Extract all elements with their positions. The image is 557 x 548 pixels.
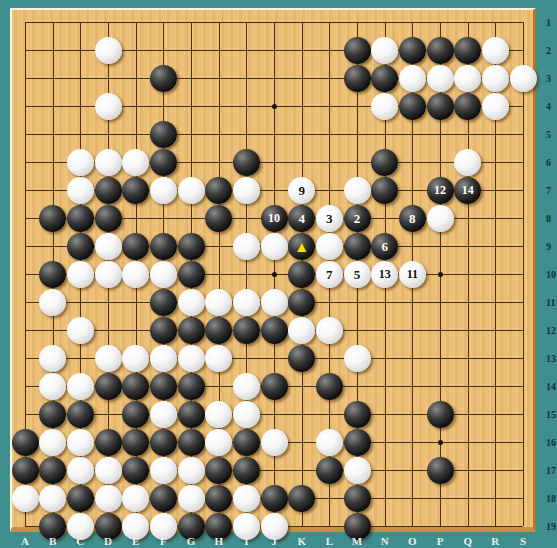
black-stone-M18[interactable] [344,485,371,512]
column-label-I: I [244,535,248,547]
white-stone-N4[interactable] [371,93,398,120]
column-label-H: H [214,535,223,547]
black-stone-M2[interactable] [344,37,371,64]
row-label-14: 14 [546,381,556,392]
white-stone-I7[interactable] [233,177,260,204]
column-label-Q: Q [463,535,472,547]
black-stone-J18[interactable] [261,485,288,512]
black-stone-P2[interactable] [427,37,454,64]
black-stone-F3[interactable] [150,65,177,92]
white-stone-G13[interactable] [178,345,205,372]
white-stone-P8[interactable] [427,205,454,232]
row-label-10: 10 [546,269,556,280]
white-stone-J9[interactable] [261,233,288,260]
white-stone-C6[interactable] [67,149,94,176]
white-stone-C12[interactable] [67,317,94,344]
black-stone-Q4[interactable] [454,93,481,120]
column-label-E: E [132,535,139,547]
row-label-9: 9 [546,241,551,252]
move-number-label: 13 [379,268,391,280]
black-stone-C18[interactable] [67,485,94,512]
black-stone-L14[interactable] [316,373,343,400]
white-stone-M10[interactable]: 5 [344,261,371,288]
white-stone-L16[interactable] [316,429,343,456]
row-label-12: 12 [546,325,556,336]
black-stone-B17[interactable] [39,457,66,484]
move-number-label: 2 [354,212,361,225]
black-stone-F11[interactable] [150,289,177,316]
white-stone-H11[interactable] [205,289,232,316]
black-stone-J12[interactable] [261,317,288,344]
move-number-label: 8 [409,212,416,225]
black-stone-A16[interactable] [12,429,39,456]
row-label-15: 15 [546,409,556,420]
white-stone-E6[interactable] [122,149,149,176]
move-number-label: 5 [354,268,361,281]
star-point [438,440,443,445]
white-stone-L9[interactable] [316,233,343,260]
white-stone-B16[interactable] [39,429,66,456]
white-stone-D2[interactable] [95,37,122,64]
black-stone-I12[interactable] [233,317,260,344]
black-stone-D8[interactable] [95,205,122,232]
move-number-label: 12 [434,184,446,196]
black-stone-H17[interactable] [205,457,232,484]
black-stone-K11[interactable] [288,289,315,316]
column-label-A: A [21,535,29,547]
white-stone-M17[interactable] [344,457,371,484]
black-stone-M9[interactable] [344,233,371,260]
row-label-7: 7 [546,185,551,196]
row-label-18: 18 [546,493,556,504]
white-stone-I15[interactable] [233,401,260,428]
black-stone-F6[interactable] [150,149,177,176]
black-stone-F12[interactable] [150,317,177,344]
column-label-O: O [408,535,417,547]
column-label-G: G [187,535,196,547]
white-stone-N2[interactable] [371,37,398,64]
go-board[interactable]: 91214104328▲6751311 [10,8,536,532]
white-stone-G17[interactable] [178,457,205,484]
white-stone-F7[interactable] [150,177,177,204]
white-stone-F15[interactable] [150,401,177,428]
white-stone-H13[interactable] [205,345,232,372]
white-stone-R2[interactable] [482,37,509,64]
black-stone-E15[interactable] [122,401,149,428]
black-stone-E7[interactable] [122,177,149,204]
white-stone-C17[interactable] [67,457,94,484]
move-number-label: 9 [298,184,305,197]
black-stone-P15[interactable] [427,401,454,428]
white-stone-G7[interactable] [178,177,205,204]
row-label-6: 6 [546,157,551,168]
column-label-B: B [49,535,56,547]
white-stone-B13[interactable] [39,345,66,372]
white-stone-F13[interactable] [150,345,177,372]
white-stone-P3[interactable] [427,65,454,92]
row-label-3: 3 [546,73,551,84]
black-stone-O8[interactable]: 8 [399,205,426,232]
black-stone-D16[interactable] [95,429,122,456]
star-point [272,272,277,277]
white-stone-G11[interactable] [178,289,205,316]
white-stone-D13[interactable] [95,345,122,372]
row-label-16: 16 [546,437,556,448]
white-stone-Q6[interactable] [454,149,481,176]
row-label-8: 8 [546,213,551,224]
move-number-label: 4 [298,212,305,225]
black-stone-O4[interactable] [399,93,426,120]
black-stone-I6[interactable] [233,149,260,176]
white-stone-D17[interactable] [95,457,122,484]
black-stone-E17[interactable] [122,457,149,484]
black-stone-N3[interactable] [371,65,398,92]
white-stone-K7[interactable]: 9 [288,177,315,204]
black-stone-A17[interactable] [12,457,39,484]
row-label-11: 11 [546,297,555,308]
white-stone-E10[interactable] [122,261,149,288]
move-number-label: 14 [462,184,474,196]
white-stone-M7[interactable] [344,177,371,204]
black-stone-G14[interactable] [178,373,205,400]
black-stone-M8[interactable]: 2 [344,205,371,232]
row-label-17: 17 [546,465,556,476]
black-stone-B10[interactable] [39,261,66,288]
white-stone-E13[interactable] [122,345,149,372]
white-stone-E18[interactable] [122,485,149,512]
white-stone-I9[interactable] [233,233,260,260]
black-stone-E14[interactable] [122,373,149,400]
black-stone-H8[interactable] [205,205,232,232]
black-stone-G12[interactable] [178,317,205,344]
white-stone-L10[interactable]: 7 [316,261,343,288]
white-stone-S3[interactable] [510,65,537,92]
black-stone-F16[interactable] [150,429,177,456]
column-label-P: P [437,535,444,547]
move-number-label: 10 [268,212,280,224]
black-stone-M3[interactable] [344,65,371,92]
white-stone-F17[interactable] [150,457,177,484]
row-label-19: 19 [546,521,556,532]
black-stone-K13[interactable] [288,345,315,372]
white-stone-F10[interactable] [150,261,177,288]
black-stone-J8[interactable]: 10 [261,205,288,232]
black-stone-G16[interactable] [178,429,205,456]
black-stone-F14[interactable] [150,373,177,400]
black-stone-E9[interactable] [122,233,149,260]
black-stone-B15[interactable] [39,401,66,428]
black-stone-F9[interactable] [150,233,177,260]
white-stone-L8[interactable]: 3 [316,205,343,232]
black-stone-G15[interactable] [178,401,205,428]
white-stone-D9[interactable] [95,233,122,260]
column-label-J: J [271,535,277,547]
white-stone-H15[interactable] [205,401,232,428]
row-label-5: 5 [546,129,551,140]
black-stone-M15[interactable] [344,401,371,428]
white-stone-I14[interactable] [233,373,260,400]
move-number-label: 11 [407,268,418,280]
column-label-M: M [352,535,362,547]
white-stone-G18[interactable] [178,485,205,512]
white-stone-D4[interactable] [95,93,122,120]
black-stone-M16[interactable] [344,429,371,456]
black-stone-P17[interactable] [427,457,454,484]
white-stone-R4[interactable] [482,93,509,120]
white-stone-O3[interactable] [399,65,426,92]
black-stone-I16[interactable] [233,429,260,456]
white-stone-K12[interactable] [288,317,315,344]
column-label-D: D [104,535,112,547]
white-stone-R3[interactable] [482,65,509,92]
black-stone-H18[interactable] [205,485,232,512]
black-stone-Q7[interactable]: 14 [454,177,481,204]
black-stone-K18[interactable] [288,485,315,512]
star-point [272,104,277,109]
black-stone-P4[interactable] [427,93,454,120]
column-label-R: R [491,535,499,547]
black-stone-B8[interactable] [39,205,66,232]
white-stone-C10[interactable] [67,261,94,288]
row-label-13: 13 [546,353,556,364]
go-app-window: 91214104328▲6751311 ABCDEFGHIJKLMNOPQRS1… [0,0,557,548]
white-stone-C16[interactable] [67,429,94,456]
white-stone-I11[interactable] [233,289,260,316]
black-stone-F18[interactable] [150,485,177,512]
grid-line-vertical [523,22,524,526]
column-label-S: S [520,535,526,547]
black-stone-P7[interactable]: 12 [427,177,454,204]
white-stone-J16[interactable] [261,429,288,456]
black-stone-C9[interactable] [67,233,94,260]
white-stone-O10[interactable]: 11 [399,261,426,288]
white-stone-N10[interactable]: 13 [371,261,398,288]
white-stone-D18[interactable] [95,485,122,512]
black-stone-H12[interactable] [205,317,232,344]
black-stone-G9[interactable] [178,233,205,260]
black-stone-H7[interactable] [205,177,232,204]
white-stone-D6[interactable] [95,149,122,176]
black-stone-Q2[interactable] [454,37,481,64]
black-stone-E16[interactable] [122,429,149,456]
white-stone-J11[interactable] [261,289,288,316]
black-stone-I17[interactable] [233,457,260,484]
column-label-C: C [76,535,84,547]
white-stone-M13[interactable] [344,345,371,372]
white-stone-L12[interactable] [316,317,343,344]
move-number-label: 7 [326,268,333,281]
column-label-K: K [297,535,306,547]
column-label-F: F [160,535,167,547]
move-number-label: 6 [381,240,388,253]
black-stone-F5[interactable] [150,121,177,148]
white-stone-A18[interactable] [12,485,39,512]
star-point [438,272,443,277]
row-label-1: 1 [546,17,551,28]
black-stone-K9[interactable]: ▲ [288,233,315,260]
black-stone-L17[interactable] [316,457,343,484]
white-stone-D10[interactable] [95,261,122,288]
black-stone-D14[interactable] [95,373,122,400]
row-label-4: 4 [546,101,551,112]
black-stone-J14[interactable] [261,373,288,400]
triangle-marker-icon: ▲ [294,239,309,254]
black-stone-K8[interactable]: 4 [288,205,315,232]
black-stone-C8[interactable] [67,205,94,232]
white-stone-C14[interactable] [67,373,94,400]
white-stone-B18[interactable] [39,485,66,512]
white-stone-B14[interactable] [39,373,66,400]
white-stone-C7[interactable] [67,177,94,204]
white-stone-Q3[interactable] [454,65,481,92]
black-stone-K10[interactable] [288,261,315,288]
white-stone-B11[interactable] [39,289,66,316]
white-stone-H16[interactable] [205,429,232,456]
black-stone-O2[interactable] [399,37,426,64]
black-stone-N6[interactable] [371,149,398,176]
black-stone-D7[interactable] [95,177,122,204]
move-number-label: 3 [326,212,333,225]
black-stone-N7[interactable] [371,177,398,204]
black-stone-G10[interactable] [178,261,205,288]
white-stone-I18[interactable] [233,485,260,512]
column-label-L: L [326,535,333,547]
column-label-N: N [381,535,389,547]
row-label-2: 2 [546,45,551,56]
black-stone-C15[interactable] [67,401,94,428]
black-stone-N9[interactable]: 6 [371,233,398,260]
